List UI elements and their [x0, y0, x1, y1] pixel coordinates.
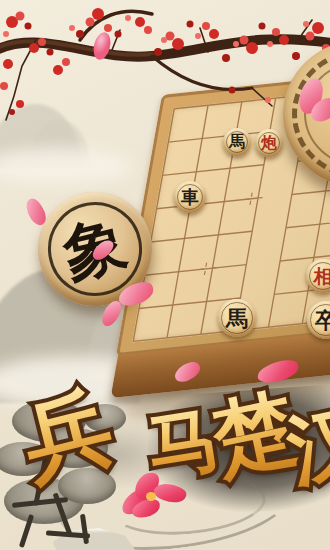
plum-blossoms: [0, 8, 330, 115]
red-flower: [120, 470, 190, 528]
splash-screen: 馬 炮 車 馬 相 卒 象 兵 兵 马 马: [0, 0, 330, 550]
mist: [0, 148, 134, 184]
piece-black-horse-upper: 馬: [223, 128, 251, 156]
plum-blossom-branch: [0, 0, 330, 150]
piece-black-chariot: 車: [174, 181, 206, 213]
flower-center: [146, 492, 156, 501]
piece-red-cannon: 炮: [255, 129, 283, 157]
piece-black-horse-lower: 馬: [218, 299, 256, 337]
